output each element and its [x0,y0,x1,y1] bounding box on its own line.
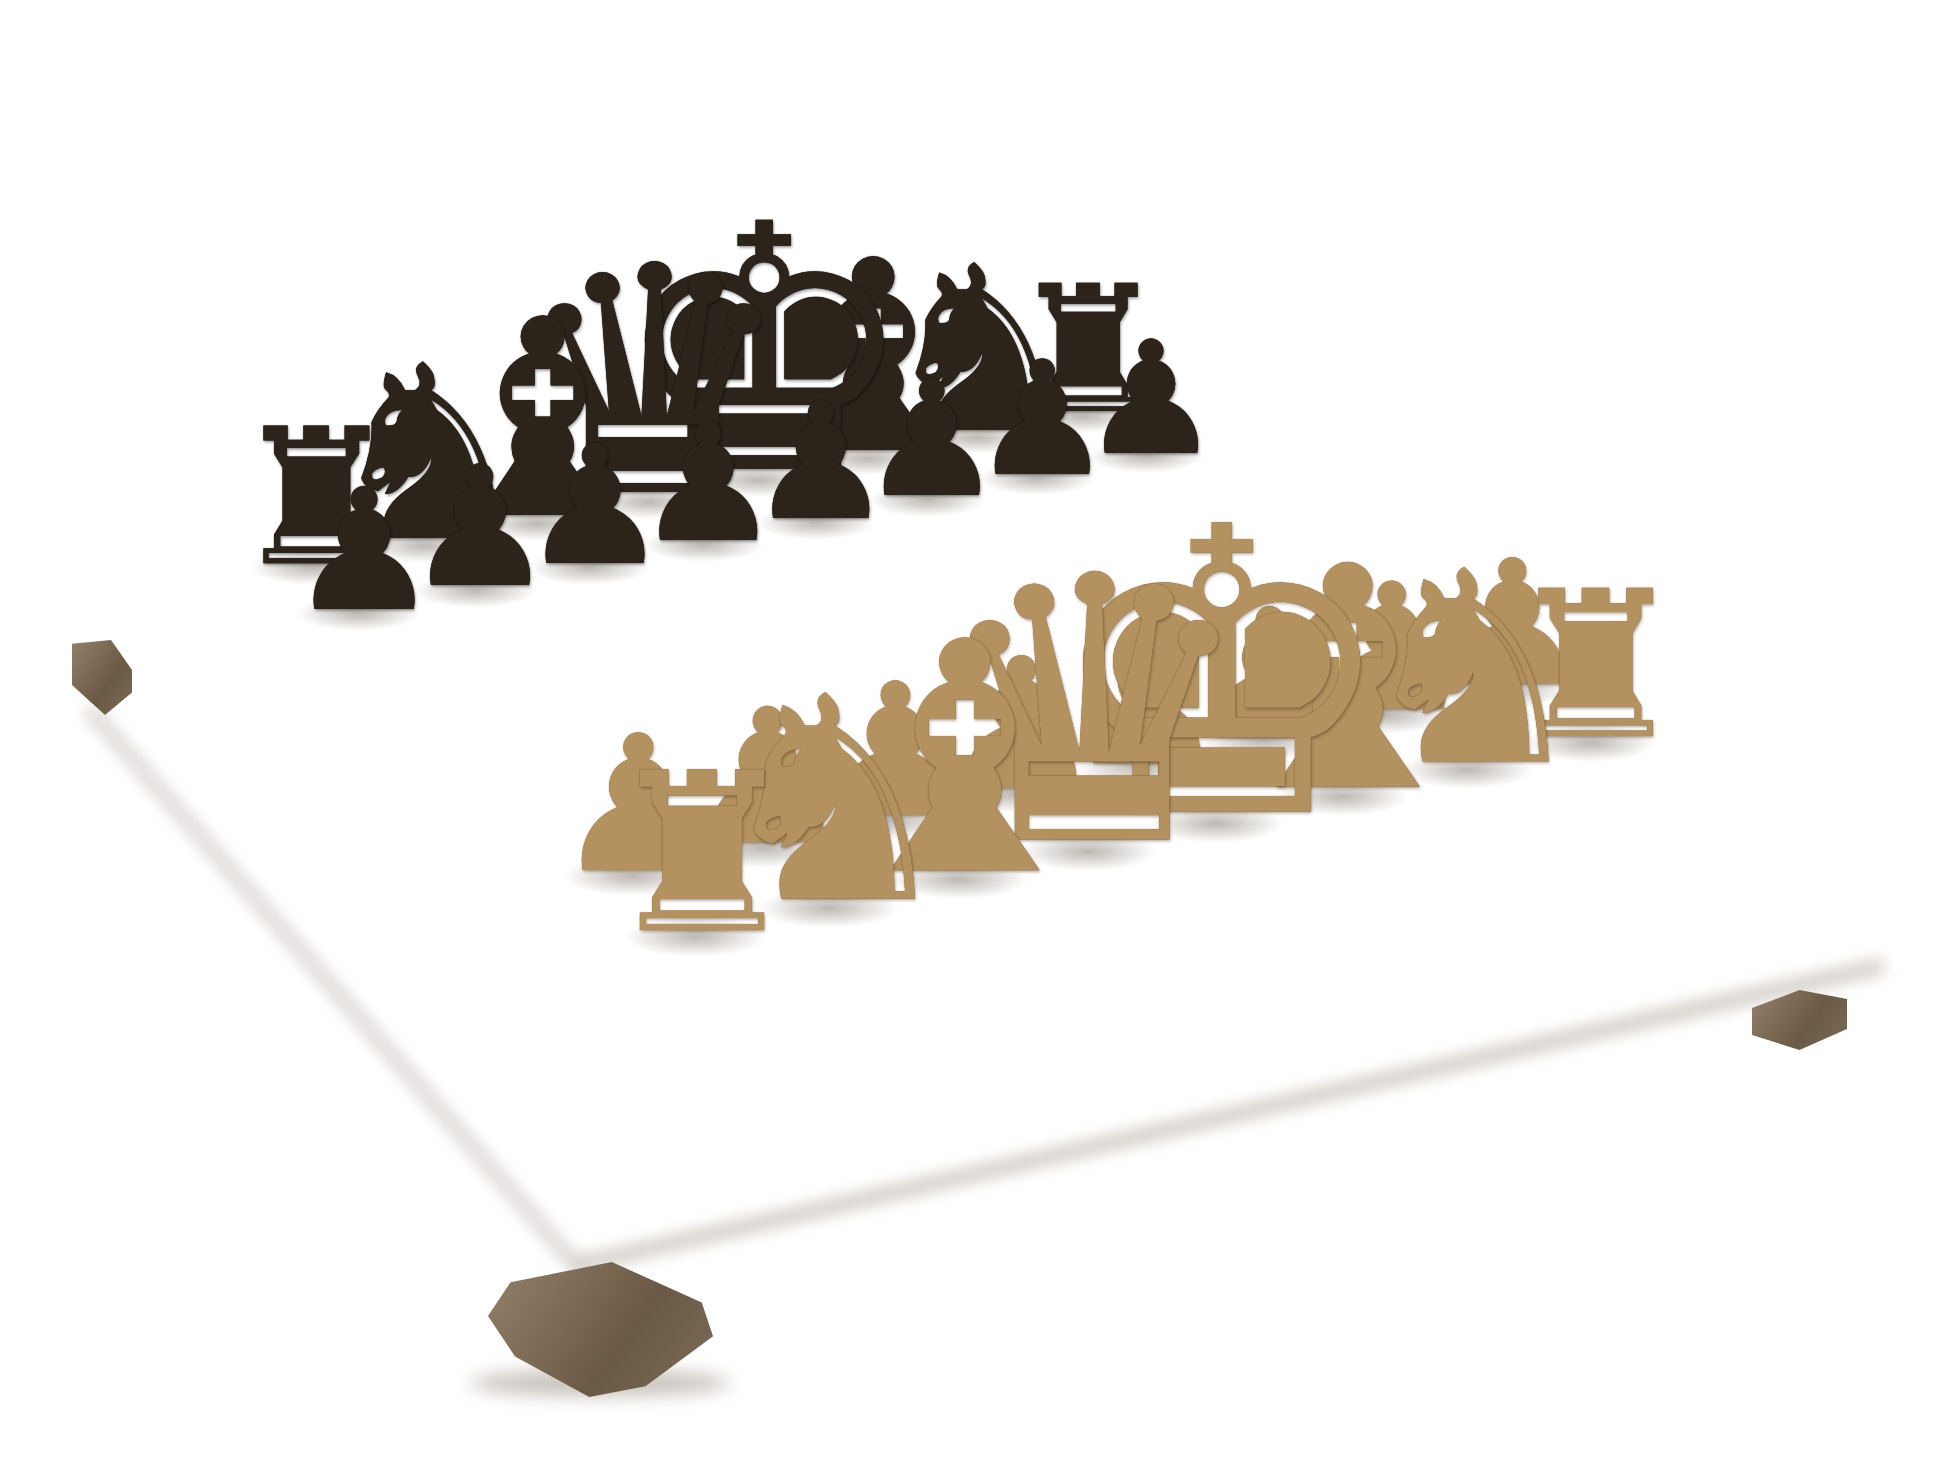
rank-label-5-left: 5 [340,727,367,742]
piece-black-pawn-a7[interactable]: ♟ [289,470,440,630]
rank-label-1-left: 1 [564,956,595,974]
piece-white-rook-a1[interactable]: ♜ [603,749,801,959]
pieces-layer: ♜♞♝♛♚♝♞♜♟♟♟♟♟♟♟♟♟♟♟♟♟♟♟♟♜♞♝♛♚♝♞♜ [0,0,1948,1461]
latch-hook [1576,914,1601,945]
latch-plate [1545,877,1632,969]
rank-label-2-left: 2 [503,894,533,911]
rank-label-8-left: 8 [199,583,223,596]
rank-label-3-left: 3 [446,836,474,852]
box-ground-shadow-right [575,959,1884,1272]
rank-label-6-left: 6 [291,677,317,691]
rank-label-1-right: 1 [1690,712,1725,728]
rank-label-7-right: 7 [1236,432,1264,444]
latch-plate [763,1050,858,1146]
file-label-a-near: A [745,987,780,1006]
square-a5[interactable] [379,675,554,751]
rank-label-4-left: 4 [392,780,420,796]
chess-set-photo: ABCDEFGHABCDEFGH1234567812345678 ♜♞♝♛♚♝♞… [0,0,1948,1461]
rank-label-7-left: 7 [244,629,269,643]
latch-hook [797,1089,824,1122]
box-ground-shadow-left [83,704,585,1275]
brass-latch-near [763,1050,858,1146]
file-label-h-near: H [1655,787,1695,805]
box-foot-left [72,640,132,715]
brass-latch-far [1545,877,1632,969]
latch-tongue [1573,874,1607,930]
latch-tongue [794,1047,832,1106]
